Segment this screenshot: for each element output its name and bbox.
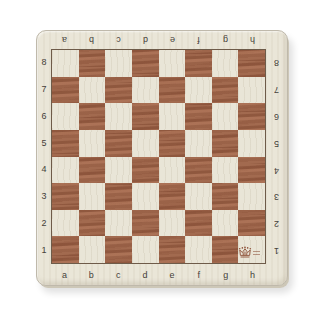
file-label-d: d xyxy=(132,264,159,286)
square-e3[interactable] xyxy=(159,183,186,210)
square-f4[interactable] xyxy=(185,157,212,184)
play-area xyxy=(51,49,266,264)
rank-labels-left: 87654321 xyxy=(37,49,51,264)
rank-label-4: 4 xyxy=(266,157,287,184)
square-d2[interactable] xyxy=(132,210,159,237)
rank-label-2: 2 xyxy=(37,210,51,237)
square-a2[interactable] xyxy=(52,210,79,237)
square-d7[interactable] xyxy=(132,77,159,104)
file-label-e: e xyxy=(159,31,186,49)
square-g4[interactable] xyxy=(212,157,239,184)
rank-label-6: 6 xyxy=(266,103,287,130)
rank-label-7: 7 xyxy=(266,76,287,103)
file-label-c: c xyxy=(105,31,132,49)
square-a5[interactable] xyxy=(52,130,79,157)
square-d6[interactable] xyxy=(132,103,159,130)
square-e8[interactable] xyxy=(159,50,186,77)
square-e6[interactable] xyxy=(159,103,186,130)
square-b6[interactable] xyxy=(79,103,106,130)
square-h6[interactable] xyxy=(238,103,265,130)
square-a8[interactable] xyxy=(52,50,79,77)
square-h1[interactable] xyxy=(238,236,265,263)
square-f1[interactable] xyxy=(185,236,212,263)
square-a4[interactable] xyxy=(52,157,79,184)
rank-label-5: 5 xyxy=(37,130,51,157)
square-h5[interactable] xyxy=(238,130,265,157)
square-b5[interactable] xyxy=(79,130,106,157)
square-g3[interactable] xyxy=(212,183,239,210)
file-label-g: g xyxy=(212,31,239,49)
file-label-b: b xyxy=(78,31,105,49)
file-label-d: d xyxy=(132,31,159,49)
file-label-f: f xyxy=(185,264,212,286)
rank-labels-right: 87654321 xyxy=(266,49,287,264)
rank-label-3: 3 xyxy=(37,183,51,210)
square-e5[interactable] xyxy=(159,130,186,157)
rank-label-4: 4 xyxy=(37,157,51,184)
square-f2[interactable] xyxy=(185,210,212,237)
chess-board: abcdefgh 87654321 87654321 abcdefgh xyxy=(36,30,288,286)
rank-label-5: 5 xyxy=(266,130,287,157)
square-c1[interactable] xyxy=(105,236,132,263)
square-g8[interactable] xyxy=(212,50,239,77)
square-d3[interactable] xyxy=(132,183,159,210)
square-c8[interactable] xyxy=(105,50,132,77)
file-label-h: h xyxy=(239,264,266,286)
square-e2[interactable] xyxy=(159,210,186,237)
square-e1[interactable] xyxy=(159,236,186,263)
rank-label-8: 8 xyxy=(37,49,51,76)
square-b3[interactable] xyxy=(79,183,106,210)
file-labels-top: abcdefgh xyxy=(51,31,266,49)
square-f3[interactable] xyxy=(185,183,212,210)
square-g6[interactable] xyxy=(212,103,239,130)
square-b7[interactable] xyxy=(79,77,106,104)
square-c2[interactable] xyxy=(105,210,132,237)
square-g7[interactable] xyxy=(212,77,239,104)
square-h4[interactable] xyxy=(238,157,265,184)
square-f8[interactable] xyxy=(185,50,212,77)
square-d5[interactable] xyxy=(132,130,159,157)
square-f6[interactable] xyxy=(185,103,212,130)
file-label-e: e xyxy=(159,264,186,286)
square-d4[interactable] xyxy=(132,157,159,184)
square-h8[interactable] xyxy=(238,50,265,77)
square-d1[interactable] xyxy=(132,236,159,263)
rank-label-6: 6 xyxy=(37,103,51,130)
square-b8[interactable] xyxy=(79,50,106,77)
rank-label-8: 8 xyxy=(266,49,287,76)
square-a3[interactable] xyxy=(52,183,79,210)
square-e4[interactable] xyxy=(159,157,186,184)
file-label-h: h xyxy=(239,31,266,49)
square-c6[interactable] xyxy=(105,103,132,130)
file-label-f: f xyxy=(185,31,212,49)
square-h2[interactable] xyxy=(238,210,265,237)
square-c5[interactable] xyxy=(105,130,132,157)
square-h7[interactable] xyxy=(238,77,265,104)
rank-label-7: 7 xyxy=(37,76,51,103)
square-a7[interactable] xyxy=(52,77,79,104)
square-b1[interactable] xyxy=(79,236,106,263)
square-e7[interactable] xyxy=(159,77,186,104)
rank-label-1: 1 xyxy=(266,237,287,264)
rank-label-3: 3 xyxy=(266,183,287,210)
rank-label-1: 1 xyxy=(37,237,51,264)
square-c3[interactable] xyxy=(105,183,132,210)
square-b4[interactable] xyxy=(79,157,106,184)
rank-label-2: 2 xyxy=(266,210,287,237)
square-g2[interactable] xyxy=(212,210,239,237)
file-label-c: c xyxy=(105,264,132,286)
square-c7[interactable] xyxy=(105,77,132,104)
file-labels-bottom: abcdefgh xyxy=(51,264,266,286)
square-b2[interactable] xyxy=(79,210,106,237)
file-label-a: a xyxy=(51,31,78,49)
square-h3[interactable] xyxy=(238,183,265,210)
square-c4[interactable] xyxy=(105,157,132,184)
square-a1[interactable] xyxy=(52,236,79,263)
square-f5[interactable] xyxy=(185,130,212,157)
square-g5[interactable] xyxy=(212,130,239,157)
file-label-b: b xyxy=(78,264,105,286)
square-g1[interactable] xyxy=(212,236,239,263)
file-label-a: a xyxy=(51,264,78,286)
square-a6[interactable] xyxy=(52,103,79,130)
file-label-g: g xyxy=(212,264,239,286)
square-d8[interactable] xyxy=(132,50,159,77)
square-f7[interactable] xyxy=(185,77,212,104)
